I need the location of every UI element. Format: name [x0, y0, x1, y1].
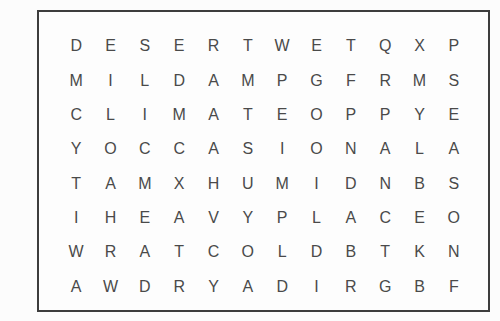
grid-cell-r5c6[interactable]: U: [231, 167, 265, 201]
grid-cell-r4c11[interactable]: L: [402, 132, 436, 166]
grid-cell-r2c11[interactable]: M: [402, 63, 436, 97]
grid-cell-r2c7[interactable]: P: [265, 63, 299, 97]
grid-cell-r5c2[interactable]: A: [93, 167, 127, 201]
grid-cell-r8c7[interactable]: D: [265, 270, 299, 304]
grid-cell-r5c5[interactable]: H: [196, 167, 230, 201]
grid-cell-r2c4[interactable]: D: [162, 63, 196, 97]
grid-cell-r3c11[interactable]: Y: [402, 98, 436, 132]
grid-cell-r1c4[interactable]: E: [162, 29, 196, 63]
grid-cell-r8c11[interactable]: B: [402, 270, 436, 304]
grid-cell-r7c7[interactable]: L: [265, 235, 299, 269]
grid-cell-r4c10[interactable]: A: [368, 132, 402, 166]
grid-cell-r6c2[interactable]: H: [93, 201, 127, 235]
grid-cell-r6c6[interactable]: Y: [231, 201, 265, 235]
grid-cell-r5c9[interactable]: D: [334, 167, 368, 201]
grid-cell-r2c1[interactable]: M: [59, 63, 93, 97]
grid-cell-r6c10[interactable]: C: [368, 201, 402, 235]
grid-cell-r7c5[interactable]: C: [196, 235, 230, 269]
grid-cell-r1c11[interactable]: X: [402, 29, 436, 63]
grid-cell-r1c1[interactable]: D: [59, 29, 93, 63]
grid-cell-r4c12[interactable]: A: [437, 132, 471, 166]
grid-cell-r1c12[interactable]: P: [437, 29, 471, 63]
grid-cell-r6c7[interactable]: P: [265, 201, 299, 235]
grid-cell-r4c6[interactable]: S: [231, 132, 265, 166]
grid-cell-r3c7[interactable]: E: [265, 98, 299, 132]
grid-cell-r2c8[interactable]: G: [299, 63, 333, 97]
grid-cell-r2c10[interactable]: R: [368, 63, 402, 97]
grid-cell-r3c12[interactable]: E: [437, 98, 471, 132]
grid-cell-r7c12[interactable]: N: [437, 235, 471, 269]
grid-cell-r5c3[interactable]: M: [128, 167, 162, 201]
grid-cell-r6c8[interactable]: L: [299, 201, 333, 235]
grid-cell-r8c3[interactable]: D: [128, 270, 162, 304]
grid-cell-r5c11[interactable]: B: [402, 167, 436, 201]
grid-cell-r6c1[interactable]: I: [59, 201, 93, 235]
grid-cell-r2c5[interactable]: A: [196, 63, 230, 97]
grid-cell-r4c2[interactable]: O: [93, 132, 127, 166]
grid-cell-r8c1[interactable]: A: [59, 270, 93, 304]
grid-cell-r7c8[interactable]: D: [299, 235, 333, 269]
grid-cell-r4c8[interactable]: O: [299, 132, 333, 166]
grid-cell-r3c1[interactable]: C: [59, 98, 93, 132]
grid-cell-r8c9[interactable]: R: [334, 270, 368, 304]
grid-cell-r6c5[interactable]: V: [196, 201, 230, 235]
grid-cell-r6c3[interactable]: E: [128, 201, 162, 235]
grid-cell-r2c3[interactable]: L: [128, 63, 162, 97]
grid-cell-r4c4[interactable]: C: [162, 132, 196, 166]
grid-cell-r1c2[interactable]: E: [93, 29, 127, 63]
grid-cell-r1c7[interactable]: W: [265, 29, 299, 63]
grid-cell-r4c3[interactable]: C: [128, 132, 162, 166]
grid-cell-r5c10[interactable]: N: [368, 167, 402, 201]
grid-cell-r5c12[interactable]: S: [437, 167, 471, 201]
grid-cell-r3c8[interactable]: O: [299, 98, 333, 132]
grid-cell-r3c10[interactable]: P: [368, 98, 402, 132]
grid-cell-r8c10[interactable]: G: [368, 270, 402, 304]
grid-cell-r7c6[interactable]: O: [231, 235, 265, 269]
grid-cell-r5c7[interactable]: M: [265, 167, 299, 201]
grid-cell-r4c1[interactable]: Y: [59, 132, 93, 166]
grid-cell-r2c12[interactable]: S: [437, 63, 471, 97]
grid-cell-r7c2[interactable]: R: [93, 235, 127, 269]
grid-cell-r1c3[interactable]: S: [128, 29, 162, 63]
grid-cell-r7c11[interactable]: K: [402, 235, 436, 269]
grid-cell-r6c9[interactable]: A: [334, 201, 368, 235]
grid-cell-r1c5[interactable]: R: [196, 29, 230, 63]
grid-cell-r4c5[interactable]: A: [196, 132, 230, 166]
grid-cell-r7c3[interactable]: A: [128, 235, 162, 269]
grid-cell-r1c9[interactable]: T: [334, 29, 368, 63]
grid-cell-r5c8[interactable]: I: [299, 167, 333, 201]
grid-cell-r2c2[interactable]: I: [93, 63, 127, 97]
grid-cell-r1c10[interactable]: Q: [368, 29, 402, 63]
grid-cell-r1c6[interactable]: T: [231, 29, 265, 63]
grid-cell-r7c9[interactable]: B: [334, 235, 368, 269]
grid-cell-r3c3[interactable]: I: [128, 98, 162, 132]
grid-cell-r7c10[interactable]: T: [368, 235, 402, 269]
grid-cell-r6c11[interactable]: E: [402, 201, 436, 235]
grid-cell-r5c1[interactable]: T: [59, 167, 93, 201]
grid-cell-r8c2[interactable]: W: [93, 270, 127, 304]
grid-cell-r6c12[interactable]: O: [437, 201, 471, 235]
grid-cell-r3c5[interactable]: A: [196, 98, 230, 132]
grid-cell-r2c6[interactable]: M: [231, 63, 265, 97]
grid-cell-r4c9[interactable]: N: [334, 132, 368, 166]
grid-cell-r8c8[interactable]: I: [299, 270, 333, 304]
grid-cell-r8c4[interactable]: R: [162, 270, 196, 304]
grid-cell-r7c4[interactable]: T: [162, 235, 196, 269]
grid-cell-r4c7[interactable]: I: [265, 132, 299, 166]
grid-cell-r3c2[interactable]: L: [93, 98, 127, 132]
grid-cell-r5c4[interactable]: X: [162, 167, 196, 201]
grid-cell-r1c8[interactable]: E: [299, 29, 333, 63]
word-search-board: DESERTWETQXPMILDAMPGFRMSCLIMATEOPPYEYOCC…: [37, 10, 490, 312]
grid-cell-r8c6[interactable]: A: [231, 270, 265, 304]
letter-grid: DESERTWETQXPMILDAMPGFRMSCLIMATEOPPYEYOCC…: [59, 29, 471, 304]
grid-cell-r6c4[interactable]: A: [162, 201, 196, 235]
grid-cell-r3c9[interactable]: P: [334, 98, 368, 132]
grid-cell-r2c9[interactable]: F: [334, 63, 368, 97]
grid-cell-r3c6[interactable]: T: [231, 98, 265, 132]
grid-cell-r7c1[interactable]: W: [59, 235, 93, 269]
grid-cell-r8c5[interactable]: Y: [196, 270, 230, 304]
grid-cell-r8c12[interactable]: F: [437, 270, 471, 304]
grid-cell-r3c4[interactable]: M: [162, 98, 196, 132]
